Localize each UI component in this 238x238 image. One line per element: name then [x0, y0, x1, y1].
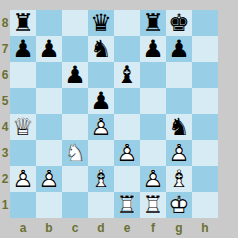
black-pawn-glyph: ♟ [10, 36, 36, 62]
square-a1[interactable] [10, 192, 36, 218]
square-f6[interactable] [140, 62, 166, 88]
square-f3[interactable] [140, 140, 166, 166]
white-bishop-glyph: ♗ [88, 166, 114, 192]
square-e3[interactable]: ♟♙ [114, 140, 140, 166]
square-g1[interactable]: ♚♔ [166, 192, 192, 218]
square-a3[interactable] [10, 140, 36, 166]
black-king: ♚ [166, 10, 192, 36]
black-bishop: ♝ [114, 62, 140, 88]
black-rook: ♜ [10, 10, 36, 36]
black-pawn: ♟ [166, 36, 192, 62]
square-d1[interactable] [88, 192, 114, 218]
chess-board: ♜♛♜♚♟♟♞♟♟♟♝♟♛♕♟♙♞♞♘♟♙♟♙♟♙♟♙♝♗♟♙♝♗♜♖♜♖♚♔ [10, 10, 218, 218]
rank-label-7: 7 [0, 36, 10, 62]
white-bishop: ♝♗ [166, 166, 192, 192]
square-b3[interactable] [36, 140, 62, 166]
white-pawn: ♟♙ [140, 166, 166, 192]
file-label-d: d [88, 218, 114, 238]
white-pawn: ♟♙ [114, 140, 140, 166]
square-e1[interactable]: ♜♖ [114, 192, 140, 218]
white-queen-glyph: ♕ [10, 114, 36, 140]
square-e8[interactable] [114, 10, 140, 36]
white-pawn-glyph: ♙ [10, 166, 36, 192]
black-pawn: ♟ [36, 36, 62, 62]
square-f5[interactable] [140, 88, 166, 114]
square-c7[interactable] [62, 36, 88, 62]
white-pawn-glyph: ♙ [88, 114, 114, 140]
white-pawn-glyph: ♙ [114, 140, 140, 166]
file-label-e: e [114, 218, 140, 238]
square-a4[interactable]: ♛♕ [10, 114, 36, 140]
square-c2[interactable] [62, 166, 88, 192]
square-b7[interactable]: ♟ [36, 36, 62, 62]
square-h6[interactable] [192, 62, 218, 88]
black-knight-glyph: ♞ [166, 114, 192, 140]
square-c5[interactable] [62, 88, 88, 114]
rank-label-2: 2 [0, 166, 10, 192]
black-knight: ♞ [166, 114, 192, 140]
black-bishop-glyph: ♝ [114, 62, 140, 88]
square-a2[interactable]: ♟♙ [10, 166, 36, 192]
rank-label-1: 1 [0, 192, 10, 218]
black-pawn: ♟ [10, 36, 36, 62]
white-pawn: ♟♙ [166, 140, 192, 166]
white-pawn: ♟♙ [88, 114, 114, 140]
square-c8[interactable] [62, 10, 88, 36]
black-pawn: ♟ [88, 88, 114, 114]
black-pawn-glyph: ♟ [166, 36, 192, 62]
file-label-b: b [36, 218, 62, 238]
white-rook-glyph: ♖ [140, 192, 166, 218]
square-a7[interactable]: ♟ [10, 36, 36, 62]
square-e6[interactable]: ♝ [114, 62, 140, 88]
square-h3[interactable] [192, 140, 218, 166]
white-pawn-glyph: ♙ [166, 140, 192, 166]
square-d2[interactable]: ♝♗ [88, 166, 114, 192]
square-c1[interactable] [62, 192, 88, 218]
white-rook: ♜♖ [140, 192, 166, 218]
square-f1[interactable]: ♜♖ [140, 192, 166, 218]
white-pawn-glyph: ♙ [140, 166, 166, 192]
black-king-glyph: ♚ [166, 10, 192, 36]
square-e4[interactable] [114, 114, 140, 140]
square-f2[interactable]: ♟♙ [140, 166, 166, 192]
rank-label-5: 5 [0, 88, 10, 114]
square-g5[interactable] [166, 88, 192, 114]
square-f4[interactable] [140, 114, 166, 140]
square-b5[interactable] [36, 88, 62, 114]
square-d4[interactable]: ♟♙ [88, 114, 114, 140]
square-h1[interactable] [192, 192, 218, 218]
rank-label-4: 4 [0, 114, 10, 140]
square-c4[interactable] [62, 114, 88, 140]
square-g8[interactable]: ♚ [166, 10, 192, 36]
file-label-g: g [166, 218, 192, 238]
square-b1[interactable] [36, 192, 62, 218]
file-label-h: h [192, 218, 218, 238]
square-f7[interactable]: ♟ [140, 36, 166, 62]
square-d7[interactable]: ♞ [88, 36, 114, 62]
black-pawn-glyph: ♟ [88, 88, 114, 114]
square-d3[interactable] [88, 140, 114, 166]
square-h4[interactable] [192, 114, 218, 140]
white-knight-glyph: ♘ [62, 140, 88, 166]
square-g7[interactable]: ♟ [166, 36, 192, 62]
white-rook-glyph: ♖ [114, 192, 140, 218]
square-h7[interactable] [192, 36, 218, 62]
square-f8[interactable]: ♜ [140, 10, 166, 36]
white-pawn-glyph: ♙ [36, 166, 62, 192]
white-knight: ♞♘ [62, 140, 88, 166]
square-g6[interactable] [166, 62, 192, 88]
square-g3[interactable]: ♟♙ [166, 140, 192, 166]
black-pawn: ♟ [62, 62, 88, 88]
white-bishop-glyph: ♗ [166, 166, 192, 192]
black-pawn-glyph: ♟ [62, 62, 88, 88]
square-c3[interactable]: ♞♘ [62, 140, 88, 166]
square-c6[interactable]: ♟ [62, 62, 88, 88]
square-b2[interactable]: ♟♙ [36, 166, 62, 192]
white-bishop: ♝♗ [88, 166, 114, 192]
black-rook-glyph: ♜ [10, 10, 36, 36]
chess-diagram: 87654321 ♜♛♜♚♟♟♞♟♟♟♝♟♛♕♟♙♞♞♘♟♙♟♙♟♙♟♙♝♗♟♙… [0, 0, 238, 238]
square-h5[interactable] [192, 88, 218, 114]
square-b4[interactable] [36, 114, 62, 140]
square-g2[interactable]: ♝♗ [166, 166, 192, 192]
square-d5[interactable]: ♟ [88, 88, 114, 114]
square-e7[interactable] [114, 36, 140, 62]
square-b8[interactable] [36, 10, 62, 36]
white-pawn: ♟♙ [36, 166, 62, 192]
black-knight-glyph: ♞ [88, 36, 114, 62]
file-label-f: f [140, 218, 166, 238]
white-rook: ♜♖ [114, 192, 140, 218]
square-g4[interactable]: ♞ [166, 114, 192, 140]
square-e2[interactable] [114, 166, 140, 192]
rank-label-8: 8 [0, 10, 10, 36]
black-pawn-glyph: ♟ [140, 36, 166, 62]
black-queen-glyph: ♛ [88, 10, 114, 36]
square-d6[interactable] [88, 62, 114, 88]
square-b6[interactable] [36, 62, 62, 88]
black-rook-glyph: ♜ [140, 10, 166, 36]
square-d8[interactable]: ♛ [88, 10, 114, 36]
file-labels: abcdefgh [10, 218, 218, 238]
black-queen: ♛ [88, 10, 114, 36]
black-pawn-glyph: ♟ [36, 36, 62, 62]
file-label-c: c [62, 218, 88, 238]
rank-labels: 87654321 [0, 10, 10, 218]
square-a8[interactable]: ♜ [10, 10, 36, 36]
square-a6[interactable] [10, 62, 36, 88]
rank-label-3: 3 [0, 140, 10, 166]
square-h2[interactable] [192, 166, 218, 192]
white-king-glyph: ♔ [166, 192, 192, 218]
black-rook: ♜ [140, 10, 166, 36]
square-e5[interactable] [114, 88, 140, 114]
square-a5[interactable] [10, 88, 36, 114]
black-knight: ♞ [88, 36, 114, 62]
white-pawn: ♟♙ [10, 166, 36, 192]
white-king: ♚♔ [166, 192, 192, 218]
file-label-a: a [10, 218, 36, 238]
black-pawn: ♟ [140, 36, 166, 62]
rank-label-6: 6 [0, 62, 10, 88]
square-h8[interactable] [192, 10, 218, 36]
white-queen: ♛♕ [10, 114, 36, 140]
